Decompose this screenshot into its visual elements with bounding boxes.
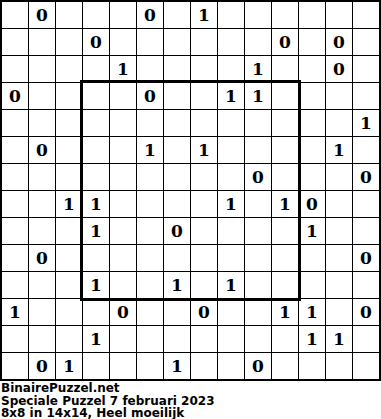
footer: BinairePuzzel.net Speciale Puzzel 7 febr… xyxy=(0,381,381,419)
cell-r5c1: 0 xyxy=(29,137,55,163)
cell-r1c10: 0 xyxy=(272,29,298,55)
puzzle-grid: 0010001100011101110011110101001111001101… xyxy=(0,0,381,381)
cell-r9c3[interactable] xyxy=(83,245,109,271)
cell-r12c0[interactable] xyxy=(2,326,28,352)
cell-r7c6[interactable] xyxy=(164,191,190,217)
cell-r1c5[interactable] xyxy=(137,29,163,55)
cell-r4c9[interactable] xyxy=(245,110,271,136)
cell-r2c12: 0 xyxy=(326,56,352,82)
cell-r9c9[interactable] xyxy=(245,245,271,271)
cell-r11c2[interactable] xyxy=(56,299,82,325)
cell-r3c3[interactable] xyxy=(83,83,109,109)
cell-r11c10: 1 xyxy=(272,299,298,325)
cell-r1c4[interactable] xyxy=(110,29,136,55)
cell-r11c4: 0 xyxy=(110,299,136,325)
cell-r3c7[interactable] xyxy=(191,83,217,109)
cell-r2c8[interactable] xyxy=(218,56,244,82)
cell-r10c9[interactable] xyxy=(245,272,271,298)
cell-r5c0[interactable] xyxy=(2,137,28,163)
cell-r8c12[interactable] xyxy=(326,218,352,244)
cell-r0c10[interactable] xyxy=(272,2,298,28)
cell-r0c5: 0 xyxy=(137,2,163,28)
cell-r11c3[interactable] xyxy=(83,299,109,325)
cell-r9c13: 0 xyxy=(353,245,379,271)
cell-r7c3: 1 xyxy=(83,191,109,217)
cell-r5c3[interactable] xyxy=(83,137,109,163)
cell-r6c11[interactable] xyxy=(299,164,325,190)
cell-r12c12: 1 xyxy=(326,326,352,352)
cell-r12c7[interactable] xyxy=(191,326,217,352)
cell-r11c6[interactable] xyxy=(164,299,190,325)
cell-r5c5: 1 xyxy=(137,137,163,163)
cell-r6c2[interactable] xyxy=(56,164,82,190)
cell-r4c7[interactable] xyxy=(191,110,217,136)
cell-r3c12[interactable] xyxy=(326,83,352,109)
cell-r10c6: 1 xyxy=(164,272,190,298)
cell-r0c11[interactable] xyxy=(299,2,325,28)
cell-r2c0[interactable] xyxy=(2,56,28,82)
cell-r9c4[interactable] xyxy=(110,245,136,271)
cell-r7c12[interactable] xyxy=(326,191,352,217)
cell-r13c5[interactable] xyxy=(137,353,163,379)
cell-r6c5[interactable] xyxy=(137,164,163,190)
cell-r2c11[interactable] xyxy=(299,56,325,82)
cell-r7c4[interactable] xyxy=(110,191,136,217)
cell-r0c1: 0 xyxy=(29,2,55,28)
cell-r6c10[interactable] xyxy=(272,164,298,190)
cell-r0c6[interactable] xyxy=(164,2,190,28)
cell-r6c4[interactable] xyxy=(110,164,136,190)
cell-r0c12[interactable] xyxy=(326,2,352,28)
cell-r2c6[interactable] xyxy=(164,56,190,82)
cell-r12c6[interactable] xyxy=(164,326,190,352)
cell-r4c5[interactable] xyxy=(137,110,163,136)
cell-r8c10[interactable] xyxy=(272,218,298,244)
cell-r12c9[interactable] xyxy=(245,326,271,352)
cell-r5c12: 1 xyxy=(326,137,352,163)
cell-r13c12[interactable] xyxy=(326,353,352,379)
cell-r5c9[interactable] xyxy=(245,137,271,163)
cell-r9c2[interactable] xyxy=(56,245,82,271)
cell-r13c9: 0 xyxy=(245,353,271,379)
cell-r7c7[interactable] xyxy=(191,191,217,217)
cell-r4c1[interactable] xyxy=(29,110,55,136)
cell-r8c2[interactable] xyxy=(56,218,82,244)
cell-r11c11: 1 xyxy=(299,299,325,325)
cell-r12c11: 1 xyxy=(299,326,325,352)
cell-r11c1[interactable] xyxy=(29,299,55,325)
cell-r8c9[interactable] xyxy=(245,218,271,244)
cell-r2c5[interactable] xyxy=(137,56,163,82)
cell-r8c6: 0 xyxy=(164,218,190,244)
cell-r4c2[interactable] xyxy=(56,110,82,136)
cell-r3c11[interactable] xyxy=(299,83,325,109)
cell-r3c1[interactable] xyxy=(29,83,55,109)
cell-r3c8: 1 xyxy=(218,83,244,109)
cell-r5c10[interactable] xyxy=(272,137,298,163)
cell-r5c11[interactable] xyxy=(299,137,325,163)
cell-r7c10: 1 xyxy=(272,191,298,217)
cell-r7c13[interactable] xyxy=(353,191,379,217)
cell-r13c0[interactable] xyxy=(2,353,28,379)
cell-r13c13[interactable] xyxy=(353,353,379,379)
cell-r0c0[interactable] xyxy=(2,2,28,28)
cell-r9c1: 0 xyxy=(29,245,55,271)
cell-r7c5[interactable] xyxy=(137,191,163,217)
cell-r7c2: 1 xyxy=(56,191,82,217)
cell-r4c0[interactable] xyxy=(2,110,28,136)
cell-r13c7[interactable] xyxy=(191,353,217,379)
cell-r12c10[interactable] xyxy=(272,326,298,352)
cell-r10c0[interactable] xyxy=(2,272,28,298)
cell-r4c8[interactable] xyxy=(218,110,244,136)
cell-r3c0: 0 xyxy=(2,83,28,109)
cell-r9c5[interactable] xyxy=(137,245,163,271)
cell-r3c5: 0 xyxy=(137,83,163,109)
cell-r3c10[interactable] xyxy=(272,83,298,109)
cell-r12c2[interactable] xyxy=(56,326,82,352)
cell-r6c8[interactable] xyxy=(218,164,244,190)
cell-r10c12[interactable] xyxy=(326,272,352,298)
cell-r8c5[interactable] xyxy=(137,218,163,244)
cell-r10c8: 1 xyxy=(218,272,244,298)
cell-r11c5[interactable] xyxy=(137,299,163,325)
cell-r6c6[interactable] xyxy=(164,164,190,190)
cell-r11c8[interactable] xyxy=(218,299,244,325)
cell-r1c1[interactable] xyxy=(29,29,55,55)
cell-r5c8[interactable] xyxy=(218,137,244,163)
cell-r1c8[interactable] xyxy=(218,29,244,55)
cell-r11c12[interactable] xyxy=(326,299,352,325)
cell-r13c11[interactable] xyxy=(299,353,325,379)
cell-r0c7: 1 xyxy=(191,2,217,28)
cell-r1c6[interactable] xyxy=(164,29,190,55)
cell-r5c6[interactable] xyxy=(164,137,190,163)
cell-r6c13: 0 xyxy=(353,164,379,190)
cell-r8c7[interactable] xyxy=(191,218,217,244)
cell-r12c3: 1 xyxy=(83,326,109,352)
cell-r8c1[interactable] xyxy=(29,218,55,244)
cell-r4c10[interactable] xyxy=(272,110,298,136)
binary-puzzle-page: 0010001100011101110011110101001111001101… xyxy=(0,0,381,419)
cell-r11c9[interactable] xyxy=(245,299,271,325)
cell-r11c7: 0 xyxy=(191,299,217,325)
cell-r6c3[interactable] xyxy=(83,164,109,190)
cell-r3c6[interactable] xyxy=(164,83,190,109)
cell-r2c1[interactable] xyxy=(29,56,55,82)
cell-r4c13: 1 xyxy=(353,110,379,136)
cell-r5c2[interactable] xyxy=(56,137,82,163)
cell-r10c5[interactable] xyxy=(137,272,163,298)
cell-r10c1[interactable] xyxy=(29,272,55,298)
cell-r10c11[interactable] xyxy=(299,272,325,298)
cell-r3c2[interactable] xyxy=(56,83,82,109)
cell-r10c4[interactable] xyxy=(110,272,136,298)
cell-r1c12: 0 xyxy=(326,29,352,55)
cell-r12c13[interactable] xyxy=(353,326,379,352)
cell-r1c7[interactable] xyxy=(191,29,217,55)
cell-r9c6[interactable] xyxy=(164,245,190,271)
cell-r2c10[interactable] xyxy=(272,56,298,82)
cell-r4c3[interactable] xyxy=(83,110,109,136)
cell-r10c7[interactable] xyxy=(191,272,217,298)
cell-r3c13[interactable] xyxy=(353,83,379,109)
cell-r13c8[interactable] xyxy=(218,353,244,379)
cell-r8c3: 1 xyxy=(83,218,109,244)
cell-r3c4[interactable] xyxy=(110,83,136,109)
cell-r13c3[interactable] xyxy=(83,353,109,379)
puzzle-subtitle: 8x8 in 14x14, Heel moeilijk xyxy=(1,407,381,419)
cell-r7c9[interactable] xyxy=(245,191,271,217)
cell-r0c4[interactable] xyxy=(110,2,136,28)
cell-r1c11[interactable] xyxy=(299,29,325,55)
cell-r11c0: 1 xyxy=(2,299,28,325)
cell-r10c13[interactable] xyxy=(353,272,379,298)
cell-r5c7: 1 xyxy=(191,137,217,163)
cell-r6c9: 0 xyxy=(245,164,271,190)
cell-r9c0[interactable] xyxy=(2,245,28,271)
cell-r9c12[interactable] xyxy=(326,245,352,271)
cell-r6c0[interactable] xyxy=(2,164,28,190)
cell-r10c3: 1 xyxy=(83,272,109,298)
cell-r10c2[interactable] xyxy=(56,272,82,298)
site-name: BinairePuzzel.net xyxy=(1,382,381,395)
cell-r7c0[interactable] xyxy=(2,191,28,217)
cell-r9c11[interactable] xyxy=(299,245,325,271)
cell-r8c4[interactable] xyxy=(110,218,136,244)
cell-r8c0[interactable] xyxy=(2,218,28,244)
cell-r4c6[interactable] xyxy=(164,110,190,136)
cell-r2c2[interactable] xyxy=(56,56,82,82)
cell-r5c4[interactable] xyxy=(110,137,136,163)
cell-r13c4[interactable] xyxy=(110,353,136,379)
puzzle-board: 0010001100011101110011110101001111001101… xyxy=(0,0,381,381)
cell-r4c12[interactable] xyxy=(326,110,352,136)
cell-r11c13: 0 xyxy=(353,299,379,325)
cell-r8c11: 1 xyxy=(299,218,325,244)
cell-r6c7[interactable] xyxy=(191,164,217,190)
cell-r7c11: 0 xyxy=(299,191,325,217)
cell-r3c9: 1 xyxy=(245,83,271,109)
cell-r0c13[interactable] xyxy=(353,2,379,28)
cell-r4c11[interactable] xyxy=(299,110,325,136)
cell-r13c6: 1 xyxy=(164,353,190,379)
cell-r1c3: 0 xyxy=(83,29,109,55)
cell-r2c7[interactable] xyxy=(191,56,217,82)
cell-r12c1[interactable] xyxy=(29,326,55,352)
cell-r8c8[interactable] xyxy=(218,218,244,244)
cell-r0c8[interactable] xyxy=(218,2,244,28)
cell-r6c1[interactable] xyxy=(29,164,55,190)
cell-r12c8[interactable] xyxy=(218,326,244,352)
cell-r0c3[interactable] xyxy=(83,2,109,28)
cell-r1c9[interactable] xyxy=(245,29,271,55)
cell-r8c13[interactable] xyxy=(353,218,379,244)
cell-r4c4[interactable] xyxy=(110,110,136,136)
cell-r13c10[interactable] xyxy=(272,353,298,379)
cell-r7c1[interactable] xyxy=(29,191,55,217)
cell-r10c10[interactable] xyxy=(272,272,298,298)
cell-r2c4: 1 xyxy=(110,56,136,82)
cell-r7c8: 1 xyxy=(218,191,244,217)
cell-r1c0[interactable] xyxy=(2,29,28,55)
cell-r9c8[interactable] xyxy=(218,245,244,271)
cell-r6c12[interactable] xyxy=(326,164,352,190)
cell-r1c13[interactable] xyxy=(353,29,379,55)
cell-r12c4[interactable] xyxy=(110,326,136,352)
cell-r12c5[interactable] xyxy=(137,326,163,352)
cell-r9c7[interactable] xyxy=(191,245,217,271)
cell-r0c2[interactable] xyxy=(56,2,82,28)
cell-r0c9[interactable] xyxy=(245,2,271,28)
cell-r2c13[interactable] xyxy=(353,56,379,82)
cell-r13c2: 1 xyxy=(56,353,82,379)
cell-r2c3[interactable] xyxy=(83,56,109,82)
cell-r2c9: 1 xyxy=(245,56,271,82)
cell-r9c10[interactable] xyxy=(272,245,298,271)
cell-r13c1: 0 xyxy=(29,353,55,379)
cell-r5c13[interactable] xyxy=(353,137,379,163)
cell-r1c2[interactable] xyxy=(56,29,82,55)
